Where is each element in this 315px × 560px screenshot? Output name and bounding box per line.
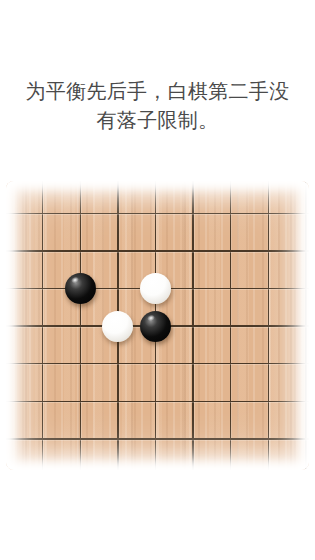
- gomoku-board[interactable]: ●○○●: [6, 181, 309, 470]
- black-stone: ●: [65, 273, 96, 304]
- instruction-text: 为平衡先后手，白棋第二手没 有落子限制。: [0, 77, 315, 135]
- instruction-line-2: 有落子限制。: [0, 106, 315, 135]
- black-stone: ●: [140, 311, 171, 342]
- instruction-line-1: 为平衡先后手，白棋第二手没: [0, 77, 315, 106]
- white-stone: ○: [140, 273, 171, 304]
- gomoku-tutorial-screen: 为平衡先后手，白棋第二手没 有落子限制。 ●○○●: [0, 0, 315, 560]
- white-stone: ○: [102, 311, 133, 342]
- stones-layer: ●○○●: [6, 181, 309, 470]
